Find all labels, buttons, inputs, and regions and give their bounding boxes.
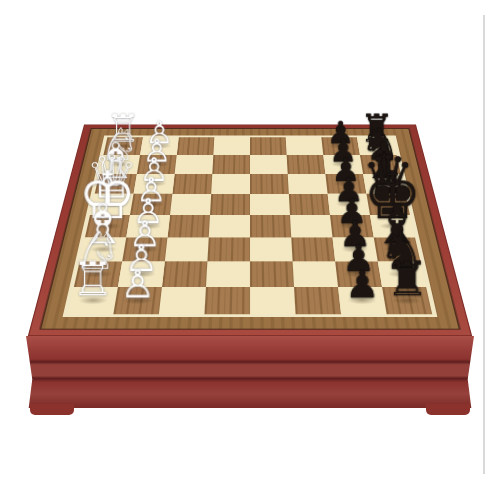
board-square[interactable] <box>250 194 290 215</box>
board-square[interactable] <box>287 155 326 174</box>
board-square[interactable] <box>294 287 341 314</box>
box-top-mahogany-lip: ♖♙♟♜♘♙♟♞♗♙♟♝♕♙♟♛♔♙♟♚♗♙♟♝♘♙♟♞♖♙♟♜ <box>28 125 472 336</box>
board-square[interactable] <box>250 261 294 287</box>
board-square[interactable] <box>289 194 330 215</box>
board-square[interactable] <box>162 261 207 287</box>
board-square[interactable] <box>288 174 328 194</box>
black-rook-piece[interactable]: ♜ <box>386 256 428 303</box>
black-pawn-piece[interactable]: ♟ <box>345 265 379 303</box>
board-square[interactable] <box>250 287 296 314</box>
chess-board: ♖♙♟♜♘♙♟♞♗♙♟♝♕♙♟♛♔♙♟♚♗♙♟♝♘♙♟♞♖♙♟♜ <box>68 137 432 314</box>
board-square[interactable] <box>213 137 250 155</box>
board-square[interactable] <box>250 137 287 155</box>
board-square[interactable] <box>250 174 289 194</box>
board-square[interactable] <box>210 194 250 215</box>
board-square[interactable] <box>250 237 293 261</box>
board-square[interactable] <box>290 215 333 237</box>
board-cream-pinstripe: ♖♙♟♜♘♙♟♞♗♙♟♝♕♙♟♛♔♙♟♚♗♙♟♝♘♙♟♞♖♙♟♜ <box>63 136 438 317</box>
product-photo: ♖♙♟♜♘♙♟♞♗♙♟♝♕♙♟♛♔♙♟♚♗♙♟♝♘♙♟♞♖♙♟♜ <box>0 0 500 494</box>
board-square[interactable] <box>204 287 250 314</box>
board-square[interactable]: ♙ <box>113 287 162 314</box>
box-foot-right <box>426 404 470 415</box>
chess-set-scene: ♖♙♟♜♘♙♟♞♗♙♟♝♕♙♟♛♔♙♟♚♗♙♟♝♘♙♟♞♖♙♟♜ <box>0 0 500 494</box>
box-foot-left <box>30 404 74 415</box>
board-square[interactable] <box>250 215 291 237</box>
board-square[interactable] <box>211 174 250 194</box>
board-square[interactable] <box>207 237 250 261</box>
board-square[interactable] <box>291 237 335 261</box>
board-square[interactable]: ♖ <box>68 287 118 314</box>
board-square[interactable] <box>175 155 214 174</box>
white-pawn-piece[interactable]: ♙ <box>121 265 155 303</box>
board-square[interactable] <box>177 137 215 155</box>
board-square[interactable]: ♟ <box>338 287 387 314</box>
board-square[interactable] <box>206 261 250 287</box>
board-square[interactable] <box>167 215 210 237</box>
board-square[interactable] <box>170 194 211 215</box>
board-walnut-border: ♖♙♟♜♘♙♟♞♗♙♟♝♕♙♟♛♔♙♟♚♗♙♟♝♘♙♟♞♖♙♟♜ <box>41 129 458 329</box>
board-square[interactable] <box>250 155 288 174</box>
board-square[interactable] <box>212 155 250 174</box>
box-front-molding <box>26 336 474 408</box>
board-square[interactable] <box>293 261 338 287</box>
board-square[interactable] <box>172 174 212 194</box>
board-square[interactable] <box>159 287 206 314</box>
board-square[interactable] <box>286 137 324 155</box>
white-rook-piece[interactable]: ♖ <box>72 256 114 303</box>
board-square[interactable] <box>209 215 250 237</box>
board-square[interactable] <box>165 237 209 261</box>
board-square[interactable]: ♜ <box>382 287 432 314</box>
